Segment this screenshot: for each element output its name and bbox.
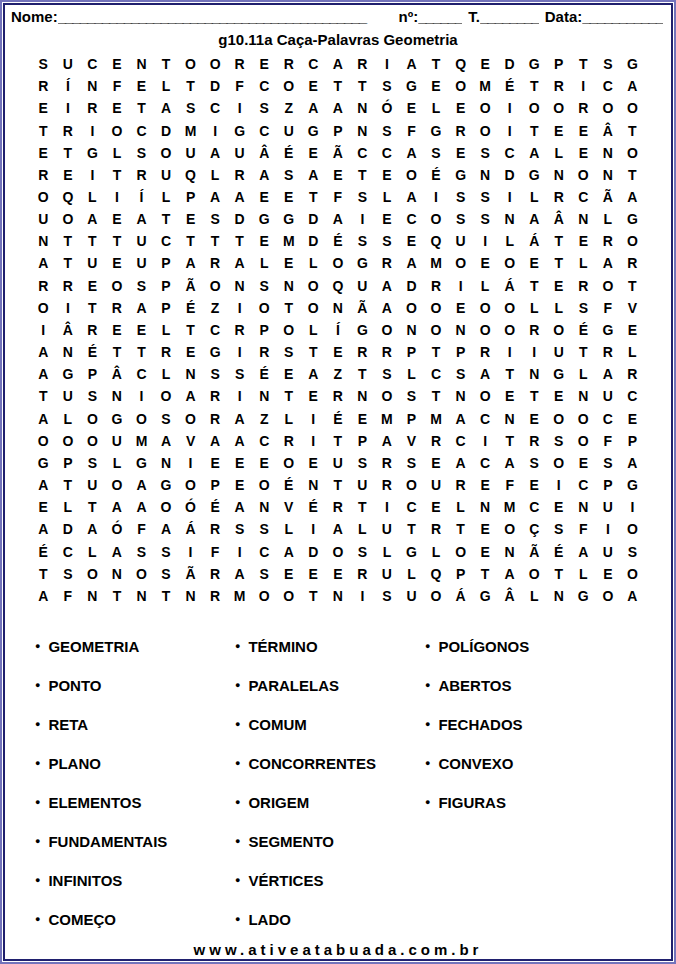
grid-cell-r5c3[interactable]: G bbox=[80, 142, 105, 164]
grid-cell-r1c16[interactable]: A bbox=[399, 53, 424, 75]
grid-cell-r11c15[interactable]: A bbox=[375, 275, 400, 297]
grid-cell-r23c15[interactable]: L bbox=[375, 540, 400, 562]
grid-cell-r17c10[interactable]: Z bbox=[252, 408, 277, 430]
grid-cell-r10c25[interactable]: R bbox=[620, 252, 645, 274]
grid-cell-r6c14[interactable]: T bbox=[350, 164, 375, 186]
grid-cell-r10c23[interactable]: L bbox=[571, 252, 596, 274]
grid-cell-r14c13[interactable]: E bbox=[326, 341, 351, 363]
grid-cell-r4c7[interactable]: M bbox=[178, 119, 203, 141]
grid-cell-r12c1[interactable]: O bbox=[31, 297, 56, 319]
grid-cell-r25c6[interactable]: T bbox=[154, 585, 179, 607]
grid-cell-r21c9[interactable]: A bbox=[227, 496, 252, 518]
grid-cell-r19c6[interactable]: N bbox=[154, 452, 179, 474]
grid-cell-r4c4[interactable]: O bbox=[105, 119, 130, 141]
grid-cell-r14c10[interactable]: R bbox=[252, 341, 277, 363]
grid-cell-r8c11[interactable]: G bbox=[276, 208, 301, 230]
grid-cell-r20c4[interactable]: O bbox=[105, 474, 130, 496]
grid-cell-r17c6[interactable]: S bbox=[154, 408, 179, 430]
grid-cell-r17c9[interactable]: A bbox=[227, 408, 252, 430]
grid-cell-r5c2[interactable]: T bbox=[56, 142, 81, 164]
grid-cell-r16c1[interactable]: T bbox=[31, 385, 56, 407]
grid-cell-r8c13[interactable]: A bbox=[326, 208, 351, 230]
grid-cell-r6c5[interactable]: R bbox=[129, 164, 154, 186]
grid-cell-r21c19[interactable]: N bbox=[473, 496, 498, 518]
grid-cell-r18c23[interactable]: O bbox=[571, 430, 596, 452]
grid-cell-r12c5[interactable]: A bbox=[129, 297, 154, 319]
grid-cell-r9c19[interactable]: I bbox=[473, 230, 498, 252]
grid-cell-r17c2[interactable]: L bbox=[56, 408, 81, 430]
grid-cell-r6c21[interactable]: G bbox=[522, 164, 547, 186]
grid-cell-r22c25[interactable]: O bbox=[620, 518, 645, 540]
grid-cell-r18c24[interactable]: F bbox=[596, 430, 621, 452]
grid-cell-r3c3[interactable]: R bbox=[80, 97, 105, 119]
grid-cell-r25c1[interactable]: A bbox=[31, 585, 56, 607]
grid-cell-r24c25[interactable]: O bbox=[620, 563, 645, 585]
grid-cell-r7c5[interactable]: Í bbox=[129, 186, 154, 208]
grid-cell-r15c16[interactable]: L bbox=[399, 363, 424, 385]
grid-cell-r2c10[interactable]: C bbox=[252, 75, 277, 97]
grid-cell-r13c11[interactable]: O bbox=[276, 319, 301, 341]
grid-cell-r3c14[interactable]: N bbox=[350, 97, 375, 119]
grid-cell-r15c15[interactable]: S bbox=[375, 363, 400, 385]
grid-cell-r9c2[interactable]: T bbox=[56, 230, 81, 252]
grid-cell-r4c21[interactable]: T bbox=[522, 119, 547, 141]
grid-cell-r4c6[interactable]: D bbox=[154, 119, 179, 141]
grid-cell-r2c19[interactable]: M bbox=[473, 75, 498, 97]
grid-cell-r24c24[interactable]: E bbox=[596, 563, 621, 585]
grid-cell-r11c1[interactable]: R bbox=[31, 275, 56, 297]
grid-cell-r17c11[interactable]: L bbox=[276, 408, 301, 430]
grid-cell-r1c8[interactable]: O bbox=[203, 53, 228, 75]
grid-cell-r23c10[interactable]: C bbox=[252, 540, 277, 562]
grid-cell-r22c13[interactable]: A bbox=[326, 518, 351, 540]
grid-cell-r16c15[interactable]: O bbox=[375, 385, 400, 407]
grid-cell-r18c3[interactable]: O bbox=[80, 430, 105, 452]
grid-cell-r14c3[interactable]: É bbox=[80, 341, 105, 363]
grid-cell-r19c2[interactable]: P bbox=[56, 452, 81, 474]
grid-cell-r16c17[interactable]: T bbox=[424, 385, 449, 407]
grid-cell-r4c5[interactable]: C bbox=[129, 119, 154, 141]
grid-cell-r6c8[interactable]: L bbox=[203, 164, 228, 186]
grid-cell-r3c21[interactable]: O bbox=[522, 97, 547, 119]
grid-cell-r24c1[interactable]: T bbox=[31, 563, 56, 585]
grid-cell-r18c11[interactable]: R bbox=[276, 430, 301, 452]
grid-cell-r11c6[interactable]: P bbox=[154, 275, 179, 297]
grid-cell-r12c10[interactable]: O bbox=[252, 297, 277, 319]
grid-cell-r3c12[interactable]: A bbox=[301, 97, 326, 119]
grid-cell-r19c10[interactable]: E bbox=[252, 452, 277, 474]
grid-cell-r10c4[interactable]: E bbox=[105, 252, 130, 274]
grid-cell-r25c18[interactable]: Á bbox=[448, 585, 473, 607]
grid-cell-r2c5[interactable]: E bbox=[129, 75, 154, 97]
grid-cell-r11c20[interactable]: Á bbox=[497, 275, 522, 297]
grid-cell-r8c14[interactable]: I bbox=[350, 208, 375, 230]
grid-cell-r24c15[interactable]: U bbox=[375, 563, 400, 585]
grid-cell-r19c4[interactable]: L bbox=[105, 452, 130, 474]
grid-cell-r11c9[interactable]: N bbox=[227, 275, 252, 297]
grid-cell-r21c11[interactable]: V bbox=[276, 496, 301, 518]
grid-cell-r8c25[interactable]: G bbox=[620, 208, 645, 230]
grid-cell-r21c10[interactable]: N bbox=[252, 496, 277, 518]
grid-cell-r25c13[interactable]: N bbox=[326, 585, 351, 607]
grid-cell-r18c7[interactable]: V bbox=[178, 430, 203, 452]
grid-cell-r19c23[interactable]: E bbox=[571, 452, 596, 474]
grid-cell-r8c8[interactable]: S bbox=[203, 208, 228, 230]
grid-cell-r17c12[interactable]: I bbox=[301, 408, 326, 430]
grid-cell-r22c4[interactable]: Ó bbox=[105, 518, 130, 540]
grid-cell-r21c5[interactable]: A bbox=[129, 496, 154, 518]
grid-cell-r11c12[interactable]: O bbox=[301, 275, 326, 297]
grid-cell-r1c2[interactable]: U bbox=[56, 53, 81, 75]
grid-cell-r24c20[interactable]: A bbox=[497, 563, 522, 585]
grid-cell-r6c1[interactable]: R bbox=[31, 164, 56, 186]
grid-cell-r19c18[interactable]: A bbox=[448, 452, 473, 474]
grid-cell-r5c6[interactable]: O bbox=[154, 142, 179, 164]
grid-cell-r25c8[interactable]: R bbox=[203, 585, 228, 607]
grid-cell-r8c3[interactable]: A bbox=[80, 208, 105, 230]
grid-cell-r15c2[interactable]: G bbox=[56, 363, 81, 385]
grid-cell-r18c6[interactable]: A bbox=[154, 430, 179, 452]
grid-cell-r3c10[interactable]: S bbox=[252, 97, 277, 119]
grid-cell-r7c25[interactable]: A bbox=[620, 186, 645, 208]
grid-cell-r25c9[interactable]: M bbox=[227, 585, 252, 607]
grid-cell-r1c22[interactable]: P bbox=[546, 53, 571, 75]
grid-cell-r13c17[interactable]: O bbox=[424, 319, 449, 341]
grid-cell-r18c5[interactable]: M bbox=[129, 430, 154, 452]
grid-cell-r13c7[interactable]: T bbox=[178, 319, 203, 341]
grid-cell-r22c7[interactable]: Á bbox=[178, 518, 203, 540]
grid-cell-r7c4[interactable]: I bbox=[105, 186, 130, 208]
grid-cell-r12c18[interactable]: E bbox=[448, 297, 473, 319]
grid-cell-r16c20[interactable]: E bbox=[497, 385, 522, 407]
grid-cell-r7c22[interactable]: R bbox=[546, 186, 571, 208]
grid-cell-r1c11[interactable]: R bbox=[276, 53, 301, 75]
grid-cell-r24c9[interactable]: A bbox=[227, 563, 252, 585]
grid-cell-r12c15[interactable]: A bbox=[375, 297, 400, 319]
grid-cell-r1c4[interactable]: E bbox=[105, 53, 130, 75]
grid-cell-r6c10[interactable]: A bbox=[252, 164, 277, 186]
grid-cell-r17c21[interactable]: E bbox=[522, 408, 547, 430]
grid-cell-r18c8[interactable]: A bbox=[203, 430, 228, 452]
grid-cell-r20c24[interactable]: P bbox=[596, 474, 621, 496]
grid-cell-r24c19[interactable]: T bbox=[473, 563, 498, 585]
grid-cell-r13c2[interactable]: Â bbox=[56, 319, 81, 341]
grid-cell-r1c1[interactable]: S bbox=[31, 53, 56, 75]
grid-cell-r11c25[interactable]: T bbox=[620, 275, 645, 297]
grid-cell-r6c9[interactable]: R bbox=[227, 164, 252, 186]
grid-cell-r10c15[interactable]: R bbox=[375, 252, 400, 274]
grid-cell-r10c5[interactable]: U bbox=[129, 252, 154, 274]
grid-cell-r16c6[interactable]: O bbox=[154, 385, 179, 407]
grid-cell-r5c1[interactable]: E bbox=[31, 142, 56, 164]
grid-cell-r20c23[interactable]: C bbox=[571, 474, 596, 496]
grid-cell-r22c10[interactable]: S bbox=[252, 518, 277, 540]
grid-cell-r25c4[interactable]: T bbox=[105, 585, 130, 607]
grid-cell-r15c12[interactable]: A bbox=[301, 363, 326, 385]
grid-cell-r21c2[interactable]: L bbox=[56, 496, 81, 518]
grid-cell-r22c20[interactable]: O bbox=[497, 518, 522, 540]
grid-cell-r4c15[interactable]: S bbox=[375, 119, 400, 141]
grid-cell-r3c8[interactable]: C bbox=[203, 97, 228, 119]
grid-cell-r23c24[interactable]: U bbox=[596, 540, 621, 562]
grid-cell-r24c3[interactable]: O bbox=[80, 563, 105, 585]
grid-cell-r3c7[interactable]: S bbox=[178, 97, 203, 119]
grid-cell-r18c21[interactable]: R bbox=[522, 430, 547, 452]
grid-cell-r9c13[interactable]: É bbox=[326, 230, 351, 252]
grid-cell-r20c10[interactable]: O bbox=[252, 474, 277, 496]
grid-cell-r22c19[interactable]: E bbox=[473, 518, 498, 540]
grid-cell-r25c2[interactable]: F bbox=[56, 585, 81, 607]
grid-cell-r16c23[interactable]: N bbox=[571, 385, 596, 407]
grid-cell-r13c8[interactable]: C bbox=[203, 319, 228, 341]
grid-cell-r12c17[interactable]: O bbox=[424, 297, 449, 319]
grid-cell-r21c17[interactable]: E bbox=[424, 496, 449, 518]
grid-cell-r3c1[interactable]: E bbox=[31, 97, 56, 119]
grid-cell-r21c7[interactable]: Ó bbox=[178, 496, 203, 518]
grid-cell-r13c19[interactable]: O bbox=[473, 319, 498, 341]
grid-cell-r8c22[interactable]: Â bbox=[546, 208, 571, 230]
grid-cell-r23c25[interactable]: S bbox=[620, 540, 645, 562]
grid-cell-r21c18[interactable]: L bbox=[448, 496, 473, 518]
grid-cell-r11c7[interactable]: Ã bbox=[178, 275, 203, 297]
grid-cell-r19c16[interactable]: S bbox=[399, 452, 424, 474]
grid-cell-r10c18[interactable]: O bbox=[448, 252, 473, 274]
grid-cell-r11c19[interactable]: L bbox=[473, 275, 498, 297]
grid-cell-r18c2[interactable]: O bbox=[56, 430, 81, 452]
grid-cell-r22c8[interactable]: R bbox=[203, 518, 228, 540]
grid-cell-r19c13[interactable]: U bbox=[326, 452, 351, 474]
grid-cell-r14c25[interactable]: L bbox=[620, 341, 645, 363]
grid-cell-r23c11[interactable]: A bbox=[276, 540, 301, 562]
grid-cell-r20c22[interactable]: I bbox=[546, 474, 571, 496]
grid-cell-r21c6[interactable]: O bbox=[154, 496, 179, 518]
grid-cell-r20c3[interactable]: U bbox=[80, 474, 105, 496]
grid-cell-r22c2[interactable]: D bbox=[56, 518, 81, 540]
grid-cell-r3c24[interactable]: O bbox=[596, 97, 621, 119]
grid-cell-r4c14[interactable]: N bbox=[350, 119, 375, 141]
grid-cell-r13c1[interactable]: I bbox=[31, 319, 56, 341]
grid-cell-r9c25[interactable]: O bbox=[620, 230, 645, 252]
grid-cell-r21c13[interactable]: R bbox=[326, 496, 351, 518]
grid-cell-r21c22[interactable]: E bbox=[546, 496, 571, 518]
grid-cell-r8c10[interactable]: G bbox=[252, 208, 277, 230]
grid-cell-r4c13[interactable]: P bbox=[326, 119, 351, 141]
grid-cell-r23c2[interactable]: C bbox=[56, 540, 81, 562]
grid-cell-r24c11[interactable]: E bbox=[276, 563, 301, 585]
grid-cell-r1c25[interactable]: G bbox=[620, 53, 645, 75]
grid-cell-r12c7[interactable]: É bbox=[178, 297, 203, 319]
grid-cell-r4c20[interactable]: I bbox=[497, 119, 522, 141]
grid-cell-r20c12[interactable]: N bbox=[301, 474, 326, 496]
grid-cell-r1c3[interactable]: C bbox=[80, 53, 105, 75]
grid-cell-r24c2[interactable]: S bbox=[56, 563, 81, 585]
grid-cell-r11c11[interactable]: N bbox=[276, 275, 301, 297]
grid-cell-r5c9[interactable]: U bbox=[227, 142, 252, 164]
grid-cell-r25c22[interactable]: N bbox=[546, 585, 571, 607]
grid-cell-r18c19[interactable]: I bbox=[473, 430, 498, 452]
grid-cell-r18c25[interactable]: P bbox=[620, 430, 645, 452]
grid-cell-r22c21[interactable]: Ç bbox=[522, 518, 547, 540]
grid-cell-r19c15[interactable]: R bbox=[375, 452, 400, 474]
grid-cell-r4c22[interactable]: E bbox=[546, 119, 571, 141]
grid-cell-r18c18[interactable]: C bbox=[448, 430, 473, 452]
grid-cell-r2c20[interactable]: É bbox=[497, 75, 522, 97]
grid-cell-r25c25[interactable]: A bbox=[620, 585, 645, 607]
grid-cell-r21c23[interactable]: N bbox=[571, 496, 596, 518]
grid-cell-r4c2[interactable]: R bbox=[56, 119, 81, 141]
grid-cell-r18c22[interactable]: S bbox=[546, 430, 571, 452]
grid-cell-r5c19[interactable]: S bbox=[473, 142, 498, 164]
grid-cell-r2c4[interactable]: F bbox=[105, 75, 130, 97]
grid-cell-r2c25[interactable]: A bbox=[620, 75, 645, 97]
grid-cell-r9c15[interactable]: S bbox=[375, 230, 400, 252]
grid-cell-r7c3[interactable]: L bbox=[80, 186, 105, 208]
grid-cell-r10c16[interactable]: A bbox=[399, 252, 424, 274]
grid-cell-r24c5[interactable]: O bbox=[129, 563, 154, 585]
grid-cell-r15c9[interactable]: S bbox=[227, 363, 252, 385]
grid-cell-r17c22[interactable]: O bbox=[546, 408, 571, 430]
grid-cell-r20c14[interactable]: U bbox=[350, 474, 375, 496]
grid-cell-r2c24[interactable]: C bbox=[596, 75, 621, 97]
grid-cell-r15c20[interactable]: T bbox=[497, 363, 522, 385]
grid-cell-r23c9[interactable]: I bbox=[227, 540, 252, 562]
grid-cell-r14c1[interactable]: A bbox=[31, 341, 56, 363]
grid-cell-r12c20[interactable]: O bbox=[497, 297, 522, 319]
grid-cell-r20c15[interactable]: R bbox=[375, 474, 400, 496]
grid-cell-r5c18[interactable]: E bbox=[448, 142, 473, 164]
grid-cell-r11c13[interactable]: Q bbox=[326, 275, 351, 297]
grid-cell-r19c19[interactable]: C bbox=[473, 452, 498, 474]
grid-cell-r19c24[interactable]: S bbox=[596, 452, 621, 474]
grid-cell-r16c21[interactable]: T bbox=[522, 385, 547, 407]
grid-cell-r23c1[interactable]: É bbox=[31, 540, 56, 562]
grid-cell-r8c19[interactable]: S bbox=[473, 208, 498, 230]
grid-cell-r9c20[interactable]: L bbox=[497, 230, 522, 252]
grid-cell-r7c6[interactable]: L bbox=[154, 186, 179, 208]
grid-cell-r9c3[interactable]: T bbox=[80, 230, 105, 252]
grid-cell-r12c2[interactable]: I bbox=[56, 297, 81, 319]
grid-cell-r16c25[interactable]: C bbox=[620, 385, 645, 407]
grid-cell-r7c19[interactable]: S bbox=[473, 186, 498, 208]
grid-cell-r12c24[interactable]: F bbox=[596, 297, 621, 319]
grid-cell-r10c12[interactable]: L bbox=[301, 252, 326, 274]
grid-cell-r12c25[interactable]: V bbox=[620, 297, 645, 319]
grid-cell-r15c7[interactable]: N bbox=[178, 363, 203, 385]
grid-cell-r13c5[interactable]: E bbox=[129, 319, 154, 341]
grid-cell-r22c15[interactable]: U bbox=[375, 518, 400, 540]
grid-cell-r6c16[interactable]: O bbox=[399, 164, 424, 186]
grid-cell-r16c24[interactable]: U bbox=[596, 385, 621, 407]
grid-cell-r6c7[interactable]: Q bbox=[178, 164, 203, 186]
grid-cell-r16c14[interactable]: N bbox=[350, 385, 375, 407]
grid-cell-r9c18[interactable]: U bbox=[448, 230, 473, 252]
grid-cell-r19c5[interactable]: G bbox=[129, 452, 154, 474]
grid-cell-r11c2[interactable]: R bbox=[56, 275, 81, 297]
grid-cell-r10c21[interactable]: E bbox=[522, 252, 547, 274]
grid-cell-r23c20[interactable]: N bbox=[497, 540, 522, 562]
grid-cell-r15c4[interactable]: Â bbox=[105, 363, 130, 385]
grid-cell-r1c12[interactable]: C bbox=[301, 53, 326, 75]
grid-cell-r5c20[interactable]: C bbox=[497, 142, 522, 164]
grid-cell-r11c4[interactable]: O bbox=[105, 275, 130, 297]
grid-cell-r7c18[interactable]: S bbox=[448, 186, 473, 208]
grid-cell-r25c16[interactable]: U bbox=[399, 585, 424, 607]
grid-cell-r6c22[interactable]: N bbox=[546, 164, 571, 186]
grid-cell-r14c23[interactable]: T bbox=[571, 341, 596, 363]
grid-cell-r9c10[interactable]: E bbox=[252, 230, 277, 252]
grid-cell-r1c6[interactable]: T bbox=[154, 53, 179, 75]
grid-cell-r15c18[interactable]: S bbox=[448, 363, 473, 385]
grid-cell-r21c14[interactable]: T bbox=[350, 496, 375, 518]
grid-cell-r21c1[interactable]: E bbox=[31, 496, 56, 518]
grid-cell-r2c21[interactable]: T bbox=[522, 75, 547, 97]
grid-cell-r7c21[interactable]: L bbox=[522, 186, 547, 208]
grid-cell-r20c18[interactable]: R bbox=[448, 474, 473, 496]
grid-cell-r1c5[interactable]: N bbox=[129, 53, 154, 75]
grid-cell-r18c15[interactable]: A bbox=[375, 430, 400, 452]
grid-cell-r12c3[interactable]: T bbox=[80, 297, 105, 319]
grid-cell-r20c17[interactable]: U bbox=[424, 474, 449, 496]
date-field-line[interactable]: ___________ bbox=[582, 8, 663, 25]
grid-cell-r20c21[interactable]: E bbox=[522, 474, 547, 496]
grid-cell-r6c23[interactable]: O bbox=[571, 164, 596, 186]
grid-cell-r7c13[interactable]: F bbox=[326, 186, 351, 208]
grid-cell-r6c2[interactable]: E bbox=[56, 164, 81, 186]
grid-cell-r3c18[interactable]: E bbox=[448, 97, 473, 119]
grid-cell-r23c17[interactable]: L bbox=[424, 540, 449, 562]
grid-cell-r4c11[interactable]: U bbox=[276, 119, 301, 141]
grid-cell-r2c2[interactable]: Í bbox=[56, 75, 81, 97]
grid-cell-r23c4[interactable]: A bbox=[105, 540, 130, 562]
grid-cell-r8c12[interactable]: D bbox=[301, 208, 326, 230]
grid-cell-r25c17[interactable]: O bbox=[424, 585, 449, 607]
grid-cell-r14c16[interactable]: P bbox=[399, 341, 424, 363]
grid-cell-r13c21[interactable]: R bbox=[522, 319, 547, 341]
grid-cell-r20c5[interactable]: A bbox=[129, 474, 154, 496]
grid-cell-r7c23[interactable]: C bbox=[571, 186, 596, 208]
grid-cell-r1c19[interactable]: E bbox=[473, 53, 498, 75]
grid-cell-r24c8[interactable]: R bbox=[203, 563, 228, 585]
grid-cell-r19c20[interactable]: A bbox=[497, 452, 522, 474]
grid-cell-r17c7[interactable]: O bbox=[178, 408, 203, 430]
grid-cell-r12c16[interactable]: O bbox=[399, 297, 424, 319]
grid-cell-r15c10[interactable]: É bbox=[252, 363, 277, 385]
grid-cell-r2c3[interactable]: N bbox=[80, 75, 105, 97]
grid-cell-r11c22[interactable]: E bbox=[546, 275, 571, 297]
grid-cell-r1c24[interactable]: S bbox=[596, 53, 621, 75]
grid-cell-r22c23[interactable]: F bbox=[571, 518, 596, 540]
grid-cell-r5c11[interactable]: É bbox=[276, 142, 301, 164]
grid-cell-r3c22[interactable]: O bbox=[546, 97, 571, 119]
grid-cell-r2c7[interactable]: T bbox=[178, 75, 203, 97]
grid-cell-r17c14[interactable]: E bbox=[350, 408, 375, 430]
grid-cell-r8c7[interactable]: E bbox=[178, 208, 203, 230]
grid-cell-r20c1[interactable]: A bbox=[31, 474, 56, 496]
grid-cell-r10c8[interactable]: R bbox=[203, 252, 228, 274]
grid-cell-r24c21[interactable]: O bbox=[522, 563, 547, 585]
grid-cell-r14c14[interactable]: R bbox=[350, 341, 375, 363]
grid-cell-r13c16[interactable]: N bbox=[399, 319, 424, 341]
grid-cell-r6c4[interactable]: T bbox=[105, 164, 130, 186]
grid-cell-r21c21[interactable]: C bbox=[522, 496, 547, 518]
grid-cell-r21c4[interactable]: A bbox=[105, 496, 130, 518]
grid-cell-r22c5[interactable]: F bbox=[129, 518, 154, 540]
grid-cell-r16c11[interactable]: T bbox=[276, 385, 301, 407]
grid-cell-r10c13[interactable]: O bbox=[326, 252, 351, 274]
grid-cell-r23c16[interactable]: G bbox=[399, 540, 424, 562]
grid-cell-r2c9[interactable]: F bbox=[227, 75, 252, 97]
grid-cell-r16c7[interactable]: A bbox=[178, 385, 203, 407]
